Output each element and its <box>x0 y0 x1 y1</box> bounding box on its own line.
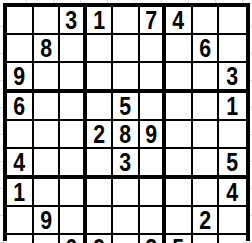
cell-r9c3[interactable]: 6 <box>60 235 87 243</box>
given-digit: 9 <box>145 121 157 147</box>
cell-r8c7[interactable] <box>166 207 193 235</box>
cell-r3c3[interactable] <box>60 63 87 93</box>
given-digit: 7 <box>145 7 157 33</box>
cell-r9c1[interactable] <box>7 235 34 243</box>
cell-r9c2[interactable] <box>34 235 61 243</box>
cell-r8c6[interactable] <box>140 207 167 235</box>
cell-r7c5[interactable] <box>113 179 140 207</box>
cell-r6c3[interactable] <box>60 149 87 179</box>
given-digit: 3 <box>65 7 77 33</box>
cell-r4c7[interactable] <box>166 93 193 121</box>
cell-r5c4[interactable]: 2 <box>87 121 114 149</box>
cell-r5c7[interactable] <box>166 121 193 149</box>
cell-r3c8[interactable] <box>193 63 220 93</box>
cell-r8c9[interactable] <box>219 207 246 235</box>
cell-r9c9[interactable] <box>219 235 246 243</box>
cell-r7c7[interactable] <box>166 179 193 207</box>
cell-r1c6[interactable]: 7 <box>140 7 167 35</box>
cell-r8c3[interactable] <box>60 207 87 235</box>
cell-r9c8[interactable] <box>193 235 220 243</box>
cell-r1c5[interactable] <box>113 7 140 35</box>
cell-r5c6[interactable]: 9 <box>140 121 167 149</box>
cell-r7c3[interactable] <box>60 179 87 207</box>
given-digit: 5 <box>227 149 239 175</box>
cell-r3c7[interactable] <box>166 63 193 93</box>
cell-r1c7[interactable]: 4 <box>166 7 193 35</box>
cell-r6c9[interactable]: 5 <box>219 149 246 179</box>
cell-r1c4[interactable]: 1 <box>87 7 114 35</box>
cell-r7c9[interactable]: 4 <box>219 179 246 207</box>
cell-r3c1[interactable]: 9 <box>7 63 34 93</box>
given-digit: 4 <box>173 7 185 33</box>
cell-r7c6[interactable] <box>140 179 167 207</box>
cell-r5c2[interactable] <box>34 121 61 149</box>
given-digit: 4 <box>227 179 239 205</box>
cell-r5c9[interactable] <box>219 121 246 149</box>
cell-r8c2[interactable]: 9 <box>34 207 61 235</box>
given-digit: 2 <box>145 235 157 243</box>
cell-r2c1[interactable] <box>7 35 34 63</box>
cell-r7c4[interactable] <box>87 179 114 207</box>
cell-r1c2[interactable] <box>34 7 61 35</box>
cell-r2c7[interactable] <box>166 35 193 63</box>
cell-r8c4[interactable] <box>87 207 114 235</box>
cell-r9c7[interactable]: 5 <box>166 235 193 243</box>
cell-r3c4[interactable] <box>87 63 114 93</box>
given-digit: 3 <box>120 149 132 175</box>
cell-r5c3[interactable] <box>60 121 87 149</box>
cell-r9c6[interactable]: 2 <box>140 235 167 243</box>
cell-r4c3[interactable] <box>60 93 87 121</box>
cell-r7c2[interactable] <box>34 179 61 207</box>
cell-r9c4[interactable]: 9 <box>87 235 114 243</box>
sudoku-board: 3174869365128943514926925 <box>3 3 250 241</box>
given-digit: 9 <box>93 235 105 243</box>
cell-r4c9[interactable]: 1 <box>219 93 246 121</box>
cell-r1c8[interactable] <box>193 7 220 35</box>
cell-r8c8[interactable]: 2 <box>193 207 220 235</box>
given-digit: 2 <box>199 207 211 233</box>
cell-r1c3[interactable]: 3 <box>60 7 87 35</box>
cell-r3c6[interactable] <box>140 63 167 93</box>
cell-r3c2[interactable] <box>34 63 61 93</box>
given-digit: 4 <box>13 149 25 175</box>
cell-r8c5[interactable] <box>113 207 140 235</box>
cell-r6c8[interactable] <box>193 149 220 179</box>
given-digit: 2 <box>93 121 105 147</box>
given-digit: 6 <box>199 35 211 61</box>
cell-r6c6[interactable] <box>140 149 167 179</box>
cell-r4c4[interactable] <box>87 93 114 121</box>
cell-r2c3[interactable] <box>60 35 87 63</box>
cell-r2c8[interactable]: 6 <box>193 35 220 63</box>
cell-r5c5[interactable]: 8 <box>113 121 140 149</box>
cell-r4c1[interactable]: 6 <box>7 93 34 121</box>
cell-r6c5[interactable]: 3 <box>113 149 140 179</box>
cell-r3c9[interactable]: 3 <box>219 63 246 93</box>
given-digit: 9 <box>13 63 25 89</box>
cell-r8c1[interactable] <box>7 207 34 235</box>
given-digit: 8 <box>40 35 52 61</box>
given-digit: 6 <box>13 93 25 119</box>
cell-r2c9[interactable] <box>219 35 246 63</box>
cell-r4c2[interactable] <box>34 93 61 121</box>
cell-r4c5[interactable]: 5 <box>113 93 140 121</box>
given-digit: 6 <box>65 235 77 243</box>
cell-r2c5[interactable] <box>113 35 140 63</box>
cell-r2c4[interactable] <box>87 35 114 63</box>
given-digit: 1 <box>227 93 239 119</box>
given-digit: 1 <box>13 179 25 205</box>
cell-r4c6[interactable] <box>140 93 167 121</box>
cell-r3c5[interactable] <box>113 63 140 93</box>
cell-r6c1[interactable]: 4 <box>7 149 34 179</box>
cell-r9c5[interactable] <box>113 235 140 243</box>
cell-r6c7[interactable] <box>166 149 193 179</box>
given-digit: 8 <box>120 121 132 147</box>
sudoku-screenshot: 3174869365128943514926925 <box>0 0 252 243</box>
cell-r2c6[interactable] <box>140 35 167 63</box>
cell-r5c8[interactable] <box>193 121 220 149</box>
cell-r7c8[interactable] <box>193 179 220 207</box>
cell-r5c1[interactable] <box>7 121 34 149</box>
cell-r4c8[interactable] <box>193 93 220 121</box>
given-digit: 3 <box>227 63 239 89</box>
cell-r7c1[interactable]: 1 <box>7 179 34 207</box>
cell-r1c1[interactable] <box>7 7 34 35</box>
cell-r6c4[interactable] <box>87 149 114 179</box>
cell-r6c2[interactable] <box>34 149 61 179</box>
given-digit: 5 <box>120 93 132 119</box>
given-digit: 1 <box>93 7 105 33</box>
given-digit: 5 <box>173 235 185 243</box>
given-digit: 9 <box>40 207 52 233</box>
cell-r2c2[interactable]: 8 <box>34 35 61 63</box>
cell-r1c9[interactable] <box>219 7 246 35</box>
